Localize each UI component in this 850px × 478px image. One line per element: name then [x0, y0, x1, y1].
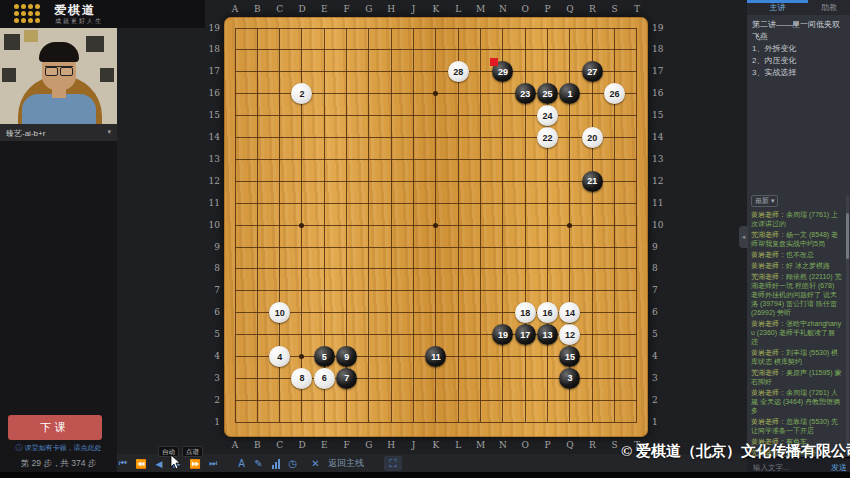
- coord-row-label: 3: [196, 373, 220, 383]
- coord-col-label: B: [248, 4, 266, 14]
- coord-row-label: 5: [652, 329, 676, 339]
- stream-name-bar[interactable]: 臻艺-ai-b+r ▾: [0, 124, 117, 141]
- coord-row-label: 18: [196, 44, 220, 54]
- coord-col-label: J: [405, 4, 423, 14]
- star-point: [299, 354, 304, 359]
- outline-item: 2、内压变化: [752, 55, 846, 67]
- coord-col-label: P: [539, 4, 557, 14]
- coord-col-label: M: [472, 440, 490, 450]
- stone-white-10: 10: [269, 302, 290, 323]
- stone-white-16: 16: [537, 302, 558, 323]
- chat-sender: 黄岩老师：: [751, 349, 786, 356]
- star-point: [433, 223, 438, 228]
- move-number: 4: [277, 352, 282, 362]
- coord-row-label: 9: [196, 242, 220, 252]
- move-counter: 第 29 步，共 374 步: [0, 458, 117, 470]
- chat-message: 黄岩老师：忽靠瑞 (5530) 先让同学准备一下开店: [751, 417, 842, 435]
- logo-bar: 爱棋道 成就更好人生: [0, 0, 205, 28]
- coord-col-label: N: [494, 440, 512, 450]
- stone-black-13: 13: [537, 324, 558, 345]
- wall-poster: [86, 36, 104, 52]
- coord-col-label: B: [248, 440, 266, 450]
- end-class-button[interactable]: 下课: [8, 415, 102, 440]
- chart-icon[interactable]: [267, 458, 284, 469]
- grid-line-h: [235, 400, 637, 401]
- app-window: 爱棋道 成就更好人生 臻艺-ai-b+r ▾ 下课 ⓘ 课堂如有卡顿，请点此处 …: [0, 0, 850, 478]
- move-number: 14: [565, 308, 575, 318]
- coord-row-label: 4: [652, 351, 676, 361]
- coord-row-label: 12: [652, 176, 676, 186]
- move-number: 29: [498, 67, 508, 77]
- lag-hint-text: 课堂如有卡顿，请点此处: [24, 444, 101, 451]
- stone-white-20: 20: [582, 127, 603, 148]
- lag-hint-link[interactable]: ⓘ 课堂如有卡顿，请点此处: [0, 443, 117, 453]
- move-number: 23: [520, 89, 530, 99]
- grid-line-h: [235, 203, 637, 204]
- coord-col-label: E: [315, 4, 333, 14]
- move-number: 12: [565, 330, 575, 340]
- coord-col-label: T: [628, 4, 646, 14]
- chat-message: 黄岩老师：也不改总: [751, 250, 842, 259]
- stone-white-26: 26: [604, 83, 625, 104]
- chat-message: 黄岩老师：余周瑞 (7261) 人规 金天远 (3464) 丹教憩馆俩多: [751, 388, 842, 415]
- brand-slogan: 成就更好人生: [55, 17, 103, 26]
- stone-black-17: 17: [515, 324, 536, 345]
- coord-col-label: L: [449, 4, 467, 14]
- coord-col-label: G: [360, 4, 378, 14]
- teacher-shirt: [22, 94, 96, 124]
- stone-white-24: 24: [537, 105, 558, 126]
- star-point: [433, 91, 438, 96]
- coord-row-label: 14: [652, 132, 676, 142]
- move-number: 17: [520, 330, 530, 340]
- coord-row-label: 7: [652, 285, 676, 295]
- chat-sender: 黄岩老师：: [751, 211, 786, 218]
- right-panel-tabs: 主讲 助教: [747, 0, 850, 15]
- coord-row-label: 12: [196, 176, 220, 186]
- coord-col-label: R: [583, 4, 601, 14]
- coord-row-label: 19: [196, 23, 220, 33]
- playback-controls: ⏮⏪◀▶⏩⏭: [114, 455, 222, 472]
- stone-white-28: 28: [448, 61, 469, 82]
- chat-message: 芜湖老师：杨一文 (8548) 老师帮我复盘实战中约5局: [751, 230, 842, 248]
- fast-forward-button[interactable]: ⏩: [186, 455, 204, 472]
- coord-col-label: J: [405, 440, 423, 450]
- stone-white-6: 6: [314, 368, 335, 389]
- info-icon: ⓘ: [16, 444, 23, 451]
- star-point: [299, 223, 304, 228]
- stone-black-7: 7: [336, 368, 357, 389]
- coord-col-label: Q: [561, 4, 579, 14]
- coord-row-label: 13: [196, 154, 220, 164]
- coord-col-label: Q: [561, 440, 579, 450]
- chat-sender: 芜湖老师：: [751, 273, 786, 280]
- move-number: 15: [565, 352, 575, 362]
- chat-message: 黄岩老师：张晗宇zhanghanyu (2360) 老师手礼貌读了届违: [751, 319, 842, 346]
- copyright-watermark: © 爱棋道（北京）文化传播有限公司: [621, 442, 850, 461]
- chat-scrollbar-thumb[interactable]: [846, 213, 849, 259]
- close-icon[interactable]: ✕: [307, 458, 324, 469]
- grid-line-h: [235, 137, 637, 138]
- coord-col-label: H: [382, 440, 400, 450]
- coord-row-label: 6: [196, 307, 220, 317]
- move-number: 10: [275, 308, 285, 318]
- outline-item: 3、实战选择: [752, 67, 846, 79]
- grid-line-h: [235, 49, 637, 50]
- chat-sender: 芜湖老师：: [751, 369, 786, 376]
- left-sidebar: 爱棋道 成就更好人生 臻艺-ai-b+r ▾ 下课 ⓘ 课堂如有卡顿，请点此处 …: [0, 0, 117, 478]
- chat-message-list[interactable]: 黄岩老师：余周瑞 (7761) 上次课讲过的芜湖老师：杨一文 (8548) 老师…: [751, 210, 842, 456]
- move-number: 18: [520, 308, 530, 318]
- outline-item: 1、外拆变化: [752, 43, 846, 55]
- coord-row-label: 3: [652, 373, 676, 383]
- chat-sender: 黄岩老师：: [751, 251, 786, 258]
- move-number: 20: [587, 133, 597, 143]
- coord-row-label: 1: [196, 417, 220, 427]
- stream-name-label: 臻艺-ai-b+r: [6, 128, 45, 139]
- coord-col-label: L: [449, 440, 467, 450]
- coord-row-label: 7: [196, 285, 220, 295]
- teacher-hair: [39, 42, 79, 62]
- coord-col-label: O: [516, 4, 534, 14]
- coord-row-label: 16: [652, 88, 676, 98]
- stone-black-29: 29: [492, 61, 513, 82]
- stone-white-22: 22: [537, 127, 558, 148]
- coord-row-label: 10: [196, 220, 220, 230]
- coord-row-label: 10: [652, 220, 676, 230]
- wall-poster: [2, 68, 16, 82]
- coord-row-label: 14: [196, 132, 220, 142]
- star-point: [567, 223, 572, 228]
- grid-line-h: [235, 71, 637, 72]
- coord-col-label: C: [271, 4, 289, 14]
- return-mainline-button[interactable]: 返回主线: [324, 457, 368, 470]
- move-number: 2: [299, 89, 304, 99]
- move-number: 11: [431, 352, 441, 362]
- coord-col-label: F: [338, 440, 356, 450]
- coord-row-label: 6: [652, 307, 676, 317]
- move-number: 27: [587, 67, 597, 77]
- coord-row-label: 13: [652, 154, 676, 164]
- chat-filter-dropdown[interactable]: 最新 ▾: [751, 195, 778, 207]
- grid-line-h: [235, 181, 637, 182]
- coord-row-label: 15: [652, 110, 676, 120]
- chat-sender: 黄岩老师：: [751, 389, 786, 396]
- move-number: 26: [610, 89, 620, 99]
- stone-white-14: 14: [559, 302, 580, 323]
- coord-col-label: H: [382, 4, 400, 14]
- stone-black-3: 3: [559, 368, 580, 389]
- move-number: 5: [322, 352, 327, 362]
- step-back-button[interactable]: ◀: [150, 455, 168, 472]
- chat-sender: 芜湖老师：: [751, 231, 786, 238]
- move-number: 1: [567, 89, 572, 99]
- move-number: 24: [543, 111, 553, 121]
- move-number: 3: [567, 373, 572, 383]
- right-panel: 主讲 助教 第二讲——星一间低夹双飞燕 1、外拆变化2、内压变化3、实战选择 最…: [747, 0, 850, 478]
- move-number: 25: [543, 89, 553, 99]
- chat-scrollbar[interactable]: [846, 195, 849, 455]
- coord-row-label: 19: [652, 23, 676, 33]
- move-number: 28: [453, 67, 463, 77]
- go-last-button[interactable]: ⏭: [204, 455, 222, 472]
- tab-assistant[interactable]: 助教: [808, 0, 850, 15]
- tooltip-chip: 点谱: [182, 446, 203, 457]
- lesson-outline: 第二讲——星一间低夹双飞燕 1、外拆变化2、内压变化3、实战选择: [752, 19, 846, 79]
- bottom-edge: [0, 472, 850, 478]
- chat-message: 黄岩老师：刘丰瑞 (5530) 棋库状态 棋库契约: [751, 348, 842, 366]
- coord-row-label: 11: [652, 198, 676, 208]
- stone-black-15: 15: [559, 346, 580, 367]
- brand-logo-icon: [14, 4, 40, 23]
- mouse-cursor: [170, 455, 182, 474]
- coord-col-label: A: [226, 440, 244, 450]
- coord-col-label: D: [293, 4, 311, 14]
- coord-row-label: 4: [196, 351, 220, 361]
- coord-row-label: 1: [652, 417, 676, 427]
- coord-col-label: C: [271, 440, 289, 450]
- coord-row-label: 15: [196, 110, 220, 120]
- stone-black-19: 19: [492, 324, 513, 345]
- stone-black-9: 9: [336, 346, 357, 367]
- coord-col-label: R: [583, 440, 601, 450]
- wall-poster: [100, 68, 114, 82]
- grid-line-h: [235, 247, 637, 248]
- coord-col-label: M: [472, 4, 490, 14]
- last-move-marker: [490, 58, 498, 66]
- lesson-title: 第二讲——星一间低夹双飞燕: [752, 19, 846, 43]
- chevron-down-icon[interactable]: ▾: [107, 128, 111, 136]
- chat-sender: 黄岩老师：: [751, 262, 786, 269]
- coord-row-label: 8: [196, 263, 220, 273]
- coord-row-label: 2: [652, 395, 676, 405]
- move-number: 7: [344, 373, 349, 383]
- coord-row-label: 16: [196, 88, 220, 98]
- chat-message: 黄岩老师：好 冰之梦棋路: [751, 261, 842, 270]
- coord-col-label: E: [315, 440, 333, 450]
- stone-black-21: 21: [582, 171, 603, 192]
- letter-annotation-button[interactable]: A: [233, 458, 250, 469]
- grid-line-h: [235, 268, 637, 269]
- coord-row-label: 2: [196, 395, 220, 405]
- stone-black-1: 1: [559, 83, 580, 104]
- stone-black-5: 5: [314, 346, 335, 367]
- coord-row-label: 5: [196, 329, 220, 339]
- chat-message: 芜湖老师：吴原声 (11595) 蒙右脚好: [751, 368, 842, 386]
- fullscreen-icon[interactable]: ⛶: [384, 456, 402, 471]
- wall-poster: [4, 34, 20, 50]
- move-number: 16: [543, 308, 553, 318]
- stone-white-2: 2: [291, 83, 312, 104]
- wall-poster: [24, 30, 38, 42]
- move-number: 22: [543, 133, 553, 143]
- teacher-video[interactable]: [0, 28, 117, 124]
- move-number: 21: [587, 176, 597, 186]
- grid-line-h: [235, 290, 637, 291]
- move-number: 13: [543, 330, 553, 340]
- move-number: 19: [498, 330, 508, 340]
- coord-col-label: A: [226, 4, 244, 14]
- coord-row-label: 11: [196, 198, 220, 208]
- grid-line-h: [235, 28, 637, 29]
- grid-line-h: [235, 422, 637, 423]
- stone-black-11: 11: [425, 346, 446, 367]
- chat-message: 芜湖老师：顾依然 (22110) 芜湖老师好一玩 程皓轩 (678) 老师外挂机…: [751, 272, 842, 317]
- annotation-tools: A ✎ ◷ ✕ 返回主线 ⛶: [233, 455, 402, 472]
- coord-row-label: 8: [652, 263, 676, 273]
- coord-col-label: S: [606, 4, 624, 14]
- coord-col-label: N: [494, 4, 512, 14]
- chat-message: 黄岩老师：余周瑞 (7761) 上次课讲过的: [751, 210, 842, 228]
- tab-main-lecturer[interactable]: 主讲: [747, 0, 808, 15]
- move-number: 9: [344, 352, 349, 362]
- stone-white-18: 18: [515, 302, 536, 323]
- coord-col-label: O: [516, 440, 534, 450]
- move-number: 8: [299, 373, 304, 383]
- coord-row-label: 17: [652, 66, 676, 76]
- pen-icon[interactable]: ✎: [250, 458, 267, 469]
- stone-white-4: 4: [269, 346, 290, 367]
- stone-white-8: 8: [291, 368, 312, 389]
- coord-row-label: 9: [652, 242, 676, 252]
- coord-col-label: G: [360, 440, 378, 450]
- stone-black-27: 27: [582, 61, 603, 82]
- grid-line-h: [235, 159, 637, 160]
- clock-icon[interactable]: ◷: [284, 458, 301, 469]
- stone-black-23: 23: [515, 83, 536, 104]
- panel-collapse-handle[interactable]: ◂: [739, 226, 748, 248]
- chat-sender: 黄岩老师：: [751, 320, 786, 327]
- coord-row-label: 17: [196, 66, 220, 76]
- coord-col-label: K: [427, 4, 445, 14]
- coord-col-label: D: [293, 440, 311, 450]
- coord-col-label: K: [427, 440, 445, 450]
- coord-col-label: F: [338, 4, 356, 14]
- stone-white-12: 12: [559, 324, 580, 345]
- coord-row-label: 18: [652, 44, 676, 54]
- fast-backward-button[interactable]: ⏪: [132, 455, 150, 472]
- teacher-glasses: [45, 66, 73, 75]
- go-first-button[interactable]: ⏮: [114, 455, 132, 472]
- move-number: 6: [322, 373, 327, 383]
- coord-col-label: P: [539, 440, 557, 450]
- grid-line-h: [235, 115, 637, 116]
- stone-black-25: 25: [537, 83, 558, 104]
- chat-sender: 黄岩老师：: [751, 418, 786, 425]
- go-board[interactable]: 1234567891011121314151617181920212223242…: [224, 17, 648, 437]
